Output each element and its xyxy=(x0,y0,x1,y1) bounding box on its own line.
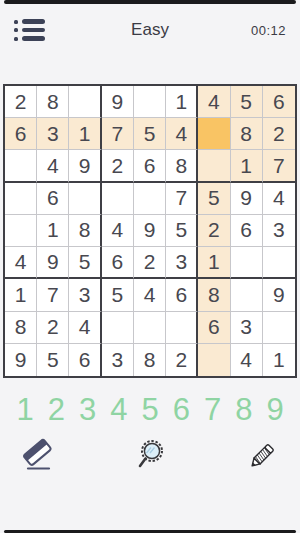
sudoku-cell-r5c8[interactable]: 6 xyxy=(231,215,263,247)
numpad-6[interactable]: 6 xyxy=(166,392,196,428)
sudoku-cell-r4c3[interactable] xyxy=(69,183,101,215)
sudoku-cell-r3c2[interactable]: 4 xyxy=(37,150,69,182)
eraser-icon[interactable] xyxy=(20,438,56,474)
numpad-5[interactable]: 5 xyxy=(135,392,165,428)
sudoku-cell-r9c6[interactable]: 2 xyxy=(166,344,198,376)
sudoku-cell-r3c5[interactable]: 6 xyxy=(134,150,166,182)
toolbar xyxy=(20,438,280,474)
pencil-icon[interactable] xyxy=(244,438,280,474)
sudoku-cell-r5c4[interactable]: 4 xyxy=(102,215,134,247)
sudoku-cell-r6c9[interactable] xyxy=(263,247,295,279)
sudoku-cell-r8c9[interactable] xyxy=(263,312,295,344)
sudoku-cell-r8c3[interactable]: 4 xyxy=(69,312,101,344)
sudoku-cell-r1c9[interactable]: 6 xyxy=(263,86,295,118)
sudoku-cell-r8c1[interactable]: 8 xyxy=(5,312,37,344)
sudoku-cell-r6c6[interactable]: 3 xyxy=(166,247,198,279)
sudoku-cell-r4c7[interactable]: 5 xyxy=(198,183,230,215)
sudoku-cell-r6c3[interactable]: 5 xyxy=(69,247,101,279)
sudoku-cell-r7c1[interactable]: 1 xyxy=(5,279,37,311)
sudoku-cell-r5c1[interactable] xyxy=(5,215,37,247)
numpad-8[interactable]: 8 xyxy=(229,392,259,428)
sudoku-cell-r7c3[interactable]: 3 xyxy=(69,279,101,311)
sudoku-cell-r9c9[interactable]: 1 xyxy=(263,344,295,376)
sudoku-cell-r2c5[interactable]: 5 xyxy=(134,118,166,150)
sudoku-cell-r4c6[interactable]: 7 xyxy=(166,183,198,215)
sudoku-cell-r9c5[interactable]: 8 xyxy=(134,344,166,376)
sudoku-cell-r8c8[interactable]: 3 xyxy=(231,312,263,344)
sudoku-cell-r7c9[interactable]: 9 xyxy=(263,279,295,311)
sudoku-cell-r6c2[interactable]: 9 xyxy=(37,247,69,279)
sudoku-cell-r7c8[interactable] xyxy=(231,279,263,311)
sudoku-cell-r1c4[interactable]: 9 xyxy=(102,86,134,118)
sudoku-cell-r3c8[interactable]: 1 xyxy=(231,150,263,182)
sudoku-cell-r3c9[interactable]: 7 xyxy=(263,150,295,182)
sudoku-cell-r1c5[interactable] xyxy=(134,86,166,118)
sudoku-cell-r4c1[interactable] xyxy=(5,183,37,215)
sudoku-cell-r1c1[interactable]: 2 xyxy=(5,86,37,118)
sudoku-cell-r4c5[interactable] xyxy=(134,183,166,215)
sudoku-cell-r5c6[interactable]: 5 xyxy=(166,215,198,247)
sudoku-cell-r2c8[interactable]: 8 xyxy=(231,118,263,150)
sudoku-cell-r1c3[interactable] xyxy=(69,86,101,118)
sudoku-cell-r2c9[interactable]: 2 xyxy=(263,118,295,150)
sudoku-cell-r3c3[interactable]: 9 xyxy=(69,150,101,182)
difficulty-title: Easy xyxy=(0,20,300,40)
sudoku-cell-r6c8[interactable] xyxy=(231,247,263,279)
sudoku-cell-r3c7[interactable] xyxy=(198,150,230,182)
sudoku-cell-r2c1[interactable]: 6 xyxy=(5,118,37,150)
sudoku-cell-r7c6[interactable]: 6 xyxy=(166,279,198,311)
numpad-9[interactable]: 9 xyxy=(260,392,290,428)
sudoku-cell-r6c5[interactable]: 2 xyxy=(134,247,166,279)
sudoku-cell-r5c7[interactable]: 2 xyxy=(198,215,230,247)
sudoku-cell-r6c7[interactable]: 1 xyxy=(198,247,230,279)
sudoku-cell-r5c9[interactable]: 3 xyxy=(263,215,295,247)
sudoku-cell-r2c4[interactable]: 7 xyxy=(102,118,134,150)
sudoku-cell-r5c2[interactable]: 1 xyxy=(37,215,69,247)
sudoku-cell-r8c4[interactable] xyxy=(102,312,134,344)
sudoku-cell-r1c2[interactable]: 8 xyxy=(37,86,69,118)
sudoku-cell-r7c2[interactable]: 7 xyxy=(37,279,69,311)
sudoku-cell-r1c8[interactable]: 5 xyxy=(231,86,263,118)
sudoku-cell-r7c4[interactable]: 5 xyxy=(102,279,134,311)
numpad-1[interactable]: 1 xyxy=(10,392,40,428)
sudoku-cell-r1c6[interactable]: 1 xyxy=(166,86,198,118)
sudoku-cell-r3c6[interactable]: 8 xyxy=(166,150,198,182)
sudoku-cell-r2c3[interactable]: 1 xyxy=(69,118,101,150)
sudoku-cell-r2c6[interactable]: 4 xyxy=(166,118,198,150)
numpad-7[interactable]: 7 xyxy=(198,392,228,428)
sudoku-cell-r9c4[interactable]: 3 xyxy=(102,344,134,376)
sudoku-cell-r2c2[interactable]: 3 xyxy=(37,118,69,150)
sudoku-cell-r4c8[interactable]: 9 xyxy=(231,183,263,215)
sudoku-grid: 2891456631754824926817675941849526349562… xyxy=(3,84,297,378)
hint-magnifier-icon[interactable] xyxy=(132,438,168,474)
sudoku-cell-r9c1[interactable]: 9 xyxy=(5,344,37,376)
sudoku-cell-r9c3[interactable]: 6 xyxy=(69,344,101,376)
sudoku-cell-r6c4[interactable]: 6 xyxy=(102,247,134,279)
sudoku-cell-r3c4[interactable]: 2 xyxy=(102,150,134,182)
sudoku-cell-r7c5[interactable]: 4 xyxy=(134,279,166,311)
sudoku-cell-r9c7[interactable] xyxy=(198,344,230,376)
sudoku-cell-r2c7[interactable] xyxy=(198,118,230,150)
sudoku-cell-r8c6[interactable] xyxy=(166,312,198,344)
sudoku-cell-r4c9[interactable]: 4 xyxy=(263,183,295,215)
numpad-2[interactable]: 2 xyxy=(41,392,71,428)
sudoku-cell-r1c7[interactable]: 4 xyxy=(198,86,230,118)
number-pad: 123456789 xyxy=(10,392,290,428)
sudoku-cell-r9c8[interactable]: 4 xyxy=(231,344,263,376)
numpad-4[interactable]: 4 xyxy=(104,392,134,428)
header: Easy 00:12 xyxy=(0,4,300,56)
sudoku-cell-r9c2[interactable]: 5 xyxy=(37,344,69,376)
sudoku-cell-r8c2[interactable]: 2 xyxy=(37,312,69,344)
sudoku-cell-r5c3[interactable]: 8 xyxy=(69,215,101,247)
sudoku-cell-r7c7[interactable]: 8 xyxy=(198,279,230,311)
sudoku-cell-r3c1[interactable] xyxy=(5,150,37,182)
sudoku-cell-r8c5[interactable] xyxy=(134,312,166,344)
sudoku-cell-r4c2[interactable]: 6 xyxy=(37,183,69,215)
sudoku-cell-r5c5[interactable]: 9 xyxy=(134,215,166,247)
numpad-3[interactable]: 3 xyxy=(73,392,103,428)
sudoku-cell-r8c7[interactable]: 6 xyxy=(198,312,230,344)
sudoku-cell-r6c1[interactable]: 4 xyxy=(5,247,37,279)
sudoku-cell-r4c4[interactable] xyxy=(102,183,134,215)
